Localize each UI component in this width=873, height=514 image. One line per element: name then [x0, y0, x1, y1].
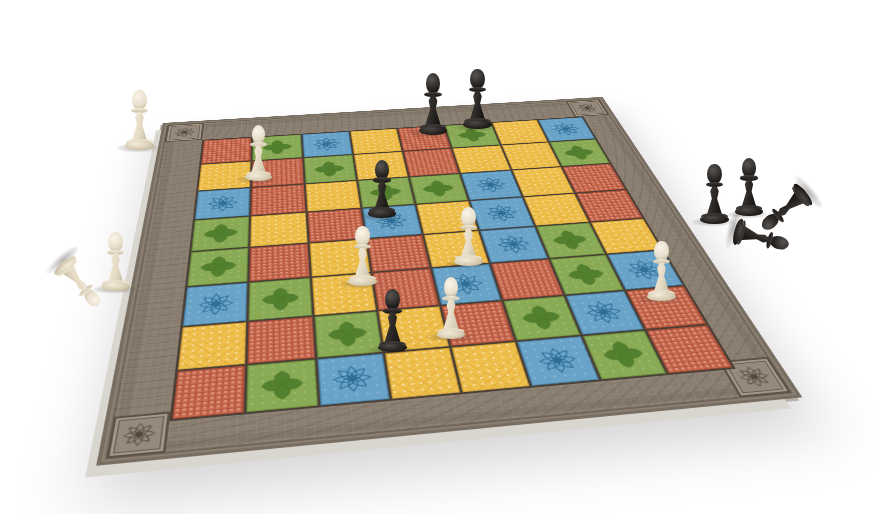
black-pawn-d5[interactable]	[364, 160, 400, 218]
square-c7[interactable]	[304, 155, 356, 183]
pawn-body	[464, 91, 491, 122]
square-e1[interactable]	[452, 342, 530, 392]
pawn-head	[444, 277, 458, 298]
square-c6[interactable]	[305, 181, 360, 212]
pawn-body	[419, 95, 446, 127]
black-pawn-g8[interactable]	[459, 69, 496, 129]
square-b4[interactable]	[250, 244, 309, 282]
pawn-base	[700, 215, 728, 224]
pawn-base	[454, 257, 482, 266]
square-b5[interactable]	[251, 213, 307, 247]
pawn-base	[419, 126, 448, 135]
square-a5[interactable]	[191, 216, 249, 251]
square-e7[interactable]	[404, 149, 459, 176]
photo-stage	[0, 0, 873, 514]
pawn-base	[437, 330, 466, 339]
pawn-body	[102, 253, 129, 284]
black-pawn-f8[interactable]	[414, 73, 452, 135]
pawn-body	[736, 179, 762, 209]
pawn-body	[437, 299, 464, 331]
square-a2[interactable]	[178, 322, 246, 370]
pawn-base	[463, 120, 491, 129]
square-c1[interactable]	[317, 353, 389, 405]
pawn-body	[648, 263, 675, 294]
pawn-base	[647, 292, 675, 301]
pawn-body	[455, 228, 482, 259]
square-b3[interactable]	[249, 278, 312, 320]
pawn-base	[348, 277, 376, 286]
square-f7[interactable]	[453, 146, 510, 173]
pawn-head	[426, 73, 440, 94]
square-a6[interactable]	[195, 188, 250, 219]
pawn-base	[368, 209, 395, 218]
square-d8[interactable]	[350, 129, 401, 154]
white-pawn-b8[interactable]	[241, 125, 276, 181]
white-pawn-d1[interactable]	[432, 277, 470, 339]
square-h8[interactable]	[538, 117, 595, 141]
pawn-body	[349, 248, 376, 279]
pawn-body	[126, 112, 153, 143]
pawn-base	[378, 343, 408, 352]
pawn-base	[245, 173, 272, 181]
square-a4[interactable]	[187, 248, 248, 286]
square-d1[interactable]	[385, 348, 460, 399]
square-a3[interactable]	[183, 283, 248, 326]
square-b2[interactable]	[248, 317, 314, 364]
white-pawn-h1[interactable]	[643, 241, 680, 301]
pawn-body	[246, 145, 271, 174]
square-b6[interactable]	[251, 184, 305, 215]
square-a1[interactable]	[172, 365, 245, 419]
square-b1[interactable]	[247, 359, 317, 412]
square-c8[interactable]	[302, 132, 352, 158]
white-pawn-e4[interactable]	[450, 207, 487, 266]
pawn-body	[369, 181, 395, 211]
square-e6[interactable]	[410, 174, 468, 204]
square-f6[interactable]	[461, 170, 521, 200]
black-captured-1[interactable]	[696, 164, 733, 224]
corner-medallion-icon	[106, 412, 170, 459]
black-pawn-c1[interactable]	[373, 289, 412, 352]
pawn-body	[701, 186, 728, 217]
square-f4[interactable]	[480, 227, 547, 263]
white-pawn-c3[interactable]	[344, 226, 381, 286]
corner-medallion-icon	[165, 123, 205, 142]
pawn-body	[378, 312, 406, 345]
white-corner-medallion[interactable]	[121, 90, 158, 150]
pawn-base	[125, 141, 153, 150]
